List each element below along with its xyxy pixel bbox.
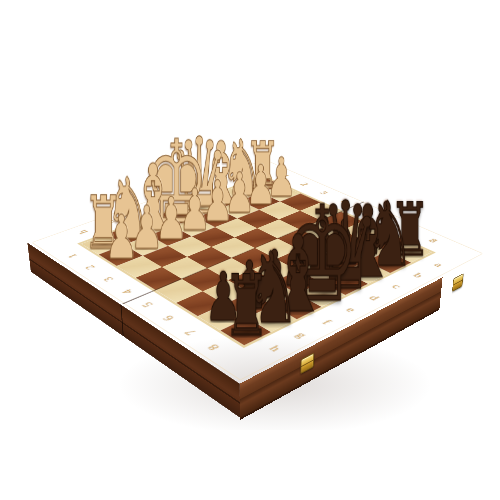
product-photo: ♜♞♝♚♛♝♞♜♟♟♟♟♟♟♟♟♟♟♟♟♟♟♟♟♜♞♝♚♛♝♞♜ hhggffe… xyxy=(0,0,500,500)
fold-seam-side xyxy=(120,304,124,337)
black-rook-icon: ♜ xyxy=(222,264,269,348)
square-h8: ♜ xyxy=(220,318,271,346)
brass-clasp xyxy=(300,353,314,375)
brass-clasp xyxy=(452,273,464,292)
